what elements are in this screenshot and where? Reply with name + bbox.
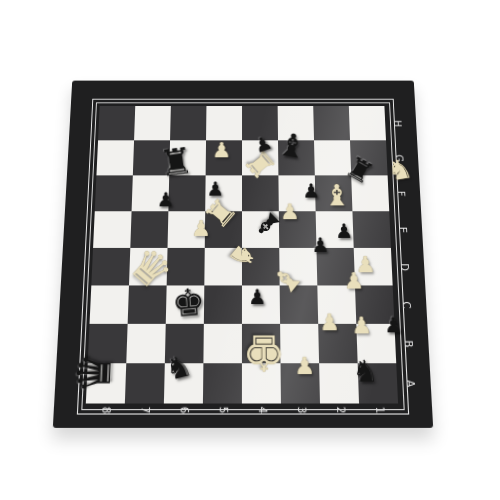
square-B1 [356,324,396,363]
square-F8 [95,175,133,211]
square-G1 [350,140,388,175]
chess-mat: 87654321 HGFEDCBA ♟♜♞♝♜♟♟♞♛♟♟♝♟♟♚♟♟♝♜♜♟♟… [53,81,433,428]
square-E8 [93,211,132,248]
product-photo-scene: 87654321 HGFEDCBA ♟♜♞♝♜♟♟♞♛♟♟♝♟♟♚♟♟♝♜♜♟♟… [0,0,500,500]
square-B3 [280,324,319,363]
square-D5 [204,248,242,286]
file-label-1: 1 [373,407,385,414]
square-C1 [355,285,394,323]
square-G2 [314,140,351,175]
square-B7 [126,324,165,363]
square-F3 [278,175,315,211]
square-F5 [205,175,242,211]
square-A4 [242,363,281,403]
square-F1 [351,175,389,211]
square-D7 [129,248,168,286]
square-D1 [354,248,393,286]
square-A2 [319,363,359,403]
square-D4 [242,248,280,286]
square-H8 [98,106,135,140]
square-F6 [168,175,205,211]
square-E6 [168,211,206,248]
square-A5 [203,363,242,403]
file-label-5: 5 [217,407,229,414]
chess-board [86,106,398,403]
square-C2 [317,285,356,323]
rank-label-F: F [395,190,406,196]
square-G3 [278,140,315,175]
square-H7 [134,106,171,140]
square-E7 [130,211,168,248]
square-B5 [203,324,242,363]
square-E1 [352,211,390,248]
rank-label-B: B [402,340,414,347]
square-B6 [165,324,204,363]
square-A8 [86,363,126,403]
square-A3 [281,363,320,403]
rank-label-C: C [400,301,412,308]
file-label-7: 7 [138,407,150,414]
square-B2 [318,324,357,363]
square-H5 [206,106,242,140]
square-G6 [169,140,206,175]
square-C7 [128,285,167,323]
file-label-3: 3 [295,407,307,414]
square-H6 [170,106,206,140]
square-C5 [204,285,242,323]
square-F2 [315,175,353,211]
file-label-6: 6 [177,407,189,414]
rank-label-H: H [391,120,402,127]
square-F7 [132,175,170,211]
square-C3 [280,285,319,323]
square-A1 [358,363,398,403]
square-D6 [167,248,205,286]
square-H3 [278,106,314,140]
square-B8 [88,324,128,363]
square-D3 [279,248,317,286]
rank-label-G: G [393,154,404,161]
square-A7 [125,363,165,403]
square-D8 [91,248,130,286]
rank-label-E: E [396,226,407,232]
square-C8 [90,285,129,323]
file-label-2: 2 [334,407,346,414]
square-E4 [242,211,279,248]
square-G8 [96,140,134,175]
square-B4 [242,324,281,363]
square-H4 [242,106,278,140]
square-G5 [206,140,242,175]
square-A6 [164,363,204,403]
square-H2 [313,106,350,140]
rank-label-D: D [398,263,410,271]
square-F4 [242,175,279,211]
square-E5 [205,211,242,248]
square-D2 [316,248,355,286]
file-label-8: 8 [99,407,111,414]
square-G4 [242,140,278,175]
square-C4 [242,285,280,323]
file-label-4: 4 [256,407,268,414]
rank-label-A: A [404,380,416,387]
square-C6 [166,285,205,323]
square-E2 [316,211,354,248]
square-E3 [279,211,317,248]
square-H1 [349,106,386,140]
square-G7 [133,140,170,175]
